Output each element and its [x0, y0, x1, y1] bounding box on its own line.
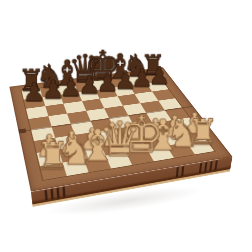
square-b3 [54, 135, 79, 150]
square-d3 [95, 129, 120, 143]
square-a5 [28, 116, 51, 129]
square-e3 [114, 126, 139, 140]
hinge-icon [18, 128, 26, 133]
square-b2 [58, 146, 84, 162]
square-c1 [84, 155, 111, 172]
square-a3 [34, 138, 58, 153]
square-a1 [40, 162, 66, 180]
square-c3 [75, 132, 100, 147]
scene: ♜♞♝♛♚♝♞♜♟♟♟♟♟♟♟♟♟♟♟♟♟♟♟♟♜♞♝♛♚♝♞♜ [0, 0, 252, 252]
square-c2 [79, 143, 105, 159]
square-a2 [37, 150, 62, 166]
square-h3 [171, 117, 197, 130]
square-b1 [62, 159, 89, 176]
chess-board: ♜♞♝♛♚♝♞♜♟♟♟♟♟♟♟♟♟♟♟♟♟♟♟♟♜♞♝♛♚♝♞♜ [9, 67, 232, 191]
square-d4 [90, 118, 114, 132]
square-g3 [152, 120, 178, 134]
square-e2 [120, 137, 146, 152]
square-f3 [133, 123, 159, 137]
product-photo: ♜♞♝♛♚♝♞♜♟♟♟♟♟♟♟♟♟♟♟♟♟♟♟♟♜♞♝♛♚♝♞♜ [0, 0, 252, 252]
square-g2 [159, 131, 186, 146]
square-g1 [166, 142, 194, 158]
spine-grooves [41, 186, 68, 201]
square-d1 [105, 152, 132, 169]
spine-grooves [173, 166, 187, 178]
square-a4 [31, 126, 54, 140]
square-h2 [178, 128, 205, 142]
square-f1 [146, 145, 174, 161]
square-b4 [51, 124, 75, 138]
spine-grooves [196, 160, 220, 174]
square-e1 [126, 149, 154, 165]
square-d2 [100, 140, 126, 155]
square-h1 [186, 139, 214, 154]
square-f2 [140, 134, 167, 149]
square-c4 [71, 121, 95, 135]
